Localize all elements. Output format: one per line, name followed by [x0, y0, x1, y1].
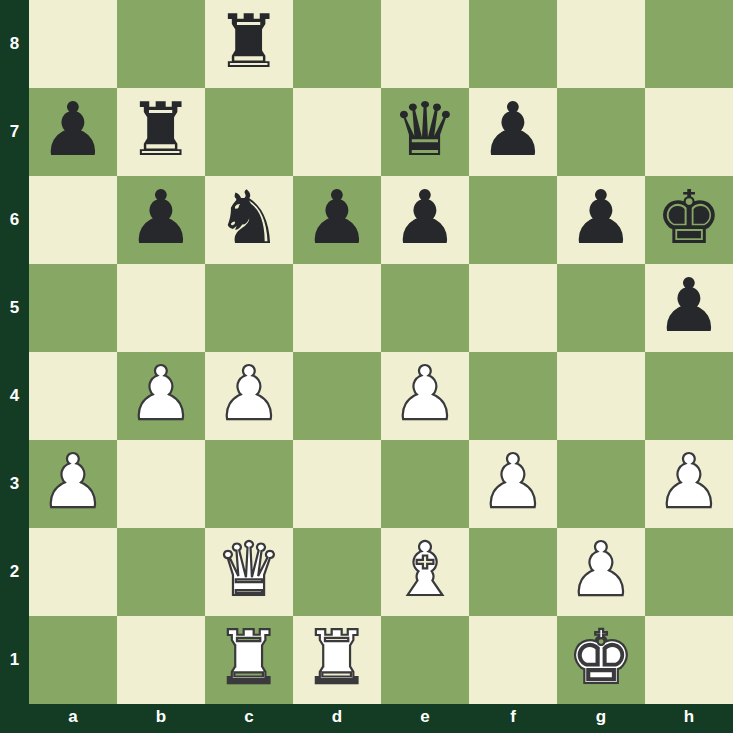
square-a3[interactable]: ♟ — [29, 440, 117, 528]
square-b2[interactable] — [117, 528, 205, 616]
rank-label-2: 2 — [0, 528, 29, 616]
square-c3[interactable] — [205, 440, 293, 528]
piece-white-pawn-a3[interactable]: ♟ — [40, 444, 106, 518]
square-c4[interactable]: ♟ — [205, 352, 293, 440]
piece-white-pawn-c4[interactable]: ♟ — [216, 356, 282, 430]
piece-black-rook-c8[interactable]: ♜ — [216, 4, 282, 78]
square-f5[interactable] — [469, 264, 557, 352]
square-c7[interactable] — [205, 88, 293, 176]
square-b1[interactable] — [117, 616, 205, 704]
square-e7[interactable]: ♛ — [381, 88, 469, 176]
file-label-d: d — [293, 704, 381, 733]
square-a1[interactable] — [29, 616, 117, 704]
square-d2[interactable] — [293, 528, 381, 616]
piece-white-pawn-e4[interactable]: ♟ — [392, 356, 458, 430]
square-a2[interactable] — [29, 528, 117, 616]
piece-white-queen-c2[interactable]: ♛ — [216, 532, 282, 606]
square-f6[interactable] — [469, 176, 557, 264]
square-b7[interactable]: ♜ — [117, 88, 205, 176]
square-b4[interactable]: ♟ — [117, 352, 205, 440]
rank-label-7: 7 — [0, 88, 29, 176]
square-b8[interactable] — [117, 0, 205, 88]
piece-black-pawn-e6[interactable]: ♟ — [392, 180, 458, 254]
piece-white-pawn-f3[interactable]: ♟ — [480, 444, 546, 518]
square-f7[interactable]: ♟ — [469, 88, 557, 176]
square-f8[interactable] — [469, 0, 557, 88]
rank-label-8: 8 — [0, 0, 29, 88]
square-g8[interactable] — [557, 0, 645, 88]
square-d6[interactable]: ♟ — [293, 176, 381, 264]
square-h6[interactable]: ♚ — [645, 176, 733, 264]
piece-black-pawn-a7[interactable]: ♟ — [40, 92, 106, 166]
square-h5[interactable]: ♟ — [645, 264, 733, 352]
piece-black-king-h6[interactable]: ♚ — [656, 180, 722, 254]
square-b3[interactable] — [117, 440, 205, 528]
square-b6[interactable]: ♟ — [117, 176, 205, 264]
rank-label-4: 4 — [0, 352, 29, 440]
piece-black-pawn-h5[interactable]: ♟ — [656, 268, 722, 342]
square-g1[interactable]: ♚ — [557, 616, 645, 704]
file-label-g: g — [557, 704, 645, 733]
square-g7[interactable] — [557, 88, 645, 176]
square-a4[interactable] — [29, 352, 117, 440]
square-h2[interactable] — [645, 528, 733, 616]
square-h4[interactable] — [645, 352, 733, 440]
square-a7[interactable]: ♟ — [29, 88, 117, 176]
rank-label-3: 3 — [0, 440, 29, 528]
square-d4[interactable] — [293, 352, 381, 440]
square-f3[interactable]: ♟ — [469, 440, 557, 528]
square-f2[interactable] — [469, 528, 557, 616]
rank-label-5: 5 — [0, 264, 29, 352]
square-e6[interactable]: ♟ — [381, 176, 469, 264]
piece-white-rook-c1[interactable]: ♜ — [216, 620, 282, 694]
piece-black-pawn-f7[interactable]: ♟ — [480, 92, 546, 166]
square-c1[interactable]: ♜ — [205, 616, 293, 704]
square-h3[interactable]: ♟ — [645, 440, 733, 528]
file-label-b: b — [117, 704, 205, 733]
square-g2[interactable]: ♟ — [557, 528, 645, 616]
square-e8[interactable] — [381, 0, 469, 88]
file-labels: abcdefgh — [29, 704, 733, 733]
file-label-c: c — [205, 704, 293, 733]
chess-board-frame: 87654321 ♜♟♜♛♟♟♞♟♟♟♚♟♟♟♟♟♟♟♛♝♟♜♜♚ abcdef… — [0, 0, 733, 733]
square-e2[interactable]: ♝ — [381, 528, 469, 616]
piece-black-pawn-d6[interactable]: ♟ — [304, 180, 370, 254]
file-label-f: f — [469, 704, 557, 733]
square-f1[interactable] — [469, 616, 557, 704]
square-h1[interactable] — [645, 616, 733, 704]
piece-white-pawn-h3[interactable]: ♟ — [656, 444, 722, 518]
square-e3[interactable] — [381, 440, 469, 528]
square-c2[interactable]: ♛ — [205, 528, 293, 616]
square-h7[interactable] — [645, 88, 733, 176]
piece-black-queen-e7[interactable]: ♛ — [392, 92, 458, 166]
square-c5[interactable] — [205, 264, 293, 352]
file-label-a: a — [29, 704, 117, 733]
file-label-h: h — [645, 704, 733, 733]
square-c8[interactable]: ♜ — [205, 0, 293, 88]
rank-label-6: 6 — [0, 176, 29, 264]
square-g5[interactable] — [557, 264, 645, 352]
piece-black-pawn-g6[interactable]: ♟ — [568, 180, 634, 254]
rank-labels: 87654321 — [0, 0, 29, 704]
square-d1[interactable]: ♜ — [293, 616, 381, 704]
square-e1[interactable] — [381, 616, 469, 704]
square-d5[interactable] — [293, 264, 381, 352]
piece-black-knight-c6[interactable]: ♞ — [216, 180, 282, 254]
file-label-e: e — [381, 704, 469, 733]
square-b5[interactable] — [117, 264, 205, 352]
piece-white-pawn-g2[interactable]: ♟ — [568, 532, 634, 606]
square-a6[interactable] — [29, 176, 117, 264]
square-h8[interactable] — [645, 0, 733, 88]
chess-board: ♜♟♜♛♟♟♞♟♟♟♚♟♟♟♟♟♟♟♛♝♟♜♜♚ — [29, 0, 733, 704]
square-a5[interactable] — [29, 264, 117, 352]
piece-white-pawn-b4[interactable]: ♟ — [128, 356, 194, 430]
square-d3[interactable] — [293, 440, 381, 528]
square-c6[interactable]: ♞ — [205, 176, 293, 264]
piece-black-rook-b7[interactable]: ♜ — [128, 92, 194, 166]
piece-white-rook-d1[interactable]: ♜ — [304, 620, 370, 694]
square-f4[interactable] — [469, 352, 557, 440]
piece-white-bishop-e2[interactable]: ♝ — [392, 532, 458, 606]
square-d8[interactable] — [293, 0, 381, 88]
square-g6[interactable]: ♟ — [557, 176, 645, 264]
square-d7[interactable] — [293, 88, 381, 176]
square-a8[interactable] — [29, 0, 117, 88]
piece-white-king-g1[interactable]: ♚ — [568, 620, 634, 694]
piece-black-pawn-b6[interactable]: ♟ — [128, 180, 194, 254]
square-g4[interactable] — [557, 352, 645, 440]
square-e5[interactable] — [381, 264, 469, 352]
square-e4[interactable]: ♟ — [381, 352, 469, 440]
rank-label-1: 1 — [0, 616, 29, 704]
square-g3[interactable] — [557, 440, 645, 528]
